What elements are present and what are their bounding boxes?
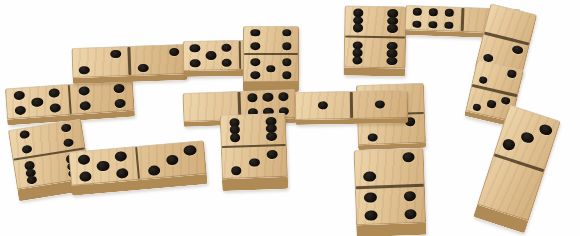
pip: [353, 24, 364, 33]
pip: [229, 133, 240, 142]
pip: [221, 58, 232, 67]
pip: [445, 9, 454, 17]
pip: [402, 152, 415, 163]
domino-half-6: [344, 5, 407, 36]
pip: [110, 49, 121, 58]
pip: [22, 144, 33, 154]
pip: [512, 45, 524, 56]
pip: [538, 123, 553, 137]
domino-tile-drop-top[interactable]: [243, 26, 299, 92]
pip: [27, 175, 38, 185]
pip: [79, 101, 91, 111]
domino-tile-mid-riser[interactable]: [220, 113, 289, 191]
pip: [403, 191, 416, 202]
pip: [169, 47, 180, 56]
pip: [282, 58, 291, 66]
domino-half-5: [5, 84, 70, 119]
pip: [97, 161, 110, 172]
domino-tile-bottom-mid-drop[interactable]: [354, 148, 427, 236]
domino-tile-left-arm[interactable]: [5, 80, 135, 126]
pip: [387, 56, 398, 65]
pip: [282, 42, 291, 50]
pip: [49, 103, 61, 113]
pip: [249, 158, 260, 167]
domino-tile-mid-row-right[interactable]: [295, 90, 409, 125]
pip: [251, 58, 260, 66]
pip: [387, 24, 398, 33]
pip: [318, 101, 328, 109]
pip: [363, 172, 376, 183]
pip: [19, 130, 30, 140]
domino-half-3: [221, 146, 288, 179]
pip: [404, 209, 417, 220]
pip: [263, 93, 274, 102]
pip: [31, 97, 43, 107]
domino-half-3: [137, 140, 207, 180]
pip: [221, 43, 232, 52]
pip: [14, 106, 26, 116]
pip: [365, 210, 378, 221]
pip: [352, 56, 363, 65]
domino-half-5: [243, 55, 299, 82]
pip: [77, 154, 90, 165]
domino-half-2: [354, 148, 425, 187]
domino-tile-right-col-lower[interactable]: [473, 105, 561, 234]
domino-half-6: [220, 113, 287, 146]
pip: [251, 42, 260, 50]
pip: [428, 21, 437, 29]
pip: [472, 103, 482, 112]
pip: [190, 59, 201, 68]
pip: [113, 83, 125, 93]
pip: [60, 123, 71, 133]
domino-half-6: [405, 5, 462, 32]
pip: [413, 20, 422, 28]
pip: [501, 138, 516, 152]
pip: [79, 65, 90, 74]
domino-half-4: [243, 26, 299, 53]
domino-half-2: [71, 46, 128, 78]
pip: [247, 93, 258, 102]
pip: [251, 71, 260, 79]
domino-half-6: [344, 38, 407, 69]
pip: [190, 44, 201, 53]
pip: [367, 133, 377, 142]
domino-half-4: [70, 80, 135, 115]
pip: [13, 90, 25, 100]
domino-half-5: [68, 146, 138, 186]
pip: [115, 99, 127, 109]
pip: [444, 21, 453, 29]
pip: [148, 165, 161, 176]
pip: [520, 130, 535, 144]
pip: [486, 100, 496, 109]
pip: [478, 76, 488, 85]
pip: [205, 51, 216, 60]
domino-half-1: [352, 90, 408, 119]
pip: [375, 100, 385, 108]
domino-half-4: [355, 186, 426, 225]
domino-tile-top-left[interactable]: [71, 44, 187, 84]
pip: [266, 65, 275, 73]
pip: [282, 29, 291, 37]
pip: [63, 138, 74, 148]
pip: [231, 166, 242, 175]
pip: [251, 29, 260, 37]
domino-half-5: [183, 40, 239, 71]
pip: [364, 192, 377, 203]
pip: [78, 86, 90, 96]
pip: [282, 71, 291, 79]
pip: [413, 8, 422, 16]
domino-tile-top-double-six[interactable]: [343, 5, 406, 76]
pip: [116, 167, 129, 178]
pip: [278, 92, 289, 101]
dominoes-board: [0, 0, 580, 236]
pip: [183, 144, 196, 155]
pip: [429, 8, 438, 16]
domino-half-1: [295, 91, 351, 120]
pip: [114, 150, 127, 161]
pip: [267, 150, 278, 159]
pip: [166, 154, 179, 165]
domino-tile-bottom-row[interactable]: [68, 140, 207, 196]
domino-half-2: [130, 44, 187, 76]
pip: [48, 88, 60, 98]
pip: [507, 69, 517, 78]
pip: [79, 171, 92, 182]
pip: [138, 63, 149, 72]
pip: [266, 132, 277, 141]
